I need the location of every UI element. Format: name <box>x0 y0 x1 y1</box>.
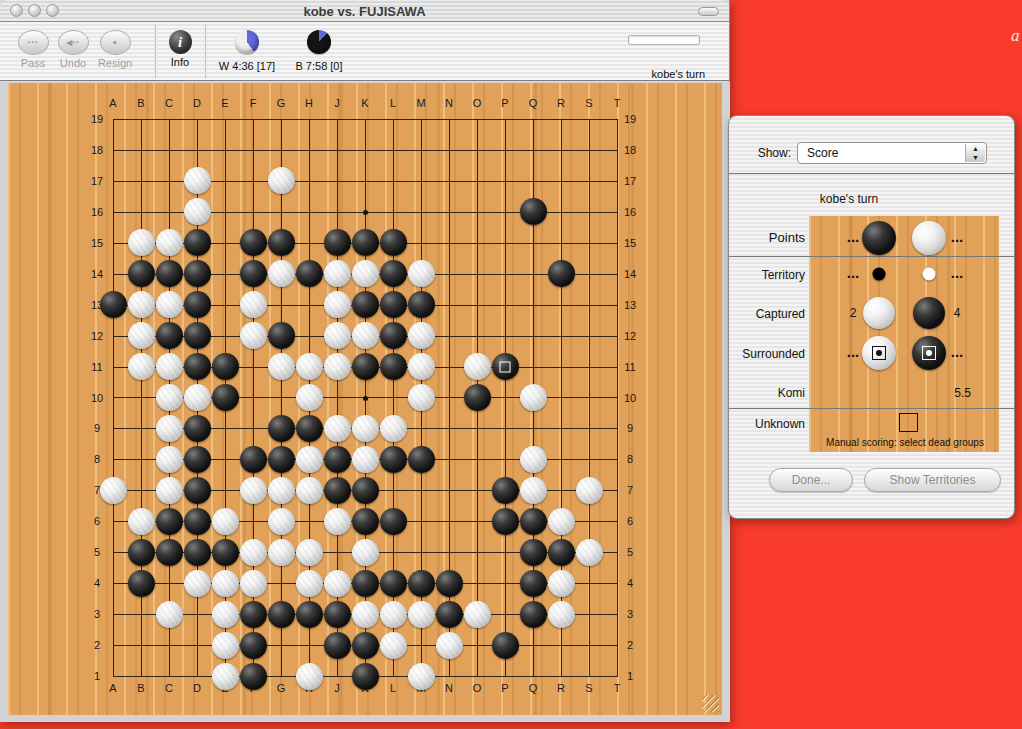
stone-black[interactable] <box>240 632 267 659</box>
stone-black[interactable] <box>352 291 379 318</box>
go-board[interactable]: AABBCCDDEEFFGGHHJJKKLLMMNNOOPPQQRRSSTT19… <box>8 83 722 715</box>
stone-white[interactable] <box>520 446 547 473</box>
pass-dots-icon: ··· <box>18 30 49 55</box>
stone-white[interactable] <box>128 229 155 256</box>
stone-white[interactable] <box>240 477 267 504</box>
stone-white[interactable] <box>240 539 267 566</box>
stone-black[interactable] <box>296 601 323 628</box>
stone-black[interactable] <box>268 601 295 628</box>
surrounded-white-ellipsis: ... <box>951 343 964 360</box>
stone-white[interactable] <box>184 167 211 194</box>
coord-label-row: 17 <box>84 175 110 187</box>
stone-white[interactable] <box>324 291 351 318</box>
captured-white-stone <box>863 297 895 329</box>
coord-label-col: K <box>352 97 378 109</box>
stone-black[interactable] <box>268 229 295 256</box>
coord-label-row: 11 <box>84 361 110 373</box>
coord-label-col: F <box>240 97 266 109</box>
stone-black[interactable] <box>128 260 155 287</box>
coord-label-col: N <box>436 682 462 694</box>
stone-black[interactable] <box>548 539 575 566</box>
stone-white[interactable] <box>268 539 295 566</box>
last-move-marker <box>500 361 511 372</box>
stone-white[interactable] <box>128 291 155 318</box>
coord-label-col: L <box>380 97 406 109</box>
coord-label-col: G <box>268 682 294 694</box>
stone-black[interactable] <box>184 508 211 535</box>
show-dropdown[interactable]: Score ▲▼ <box>797 142 987 164</box>
coord-label-row: 12 <box>617 330 643 342</box>
komi-label: Komi <box>729 386 805 400</box>
surrounded-white-stone <box>862 336 896 370</box>
coord-label-row: 6 <box>617 515 643 527</box>
coord-label-row: 10 <box>84 392 110 404</box>
stone-white[interactable] <box>296 663 323 690</box>
stone-white[interactable] <box>212 663 239 690</box>
desktop-wallpaper-glyph: a <box>1011 26 1020 46</box>
stone-black[interactable] <box>380 508 407 535</box>
stone-black[interactable] <box>436 601 463 628</box>
stone-white[interactable] <box>296 384 323 411</box>
stone-white[interactable] <box>548 570 575 597</box>
undo-button[interactable]: ◂·· Undo <box>51 30 95 78</box>
points-label: Points <box>729 230 805 245</box>
stone-white[interactable] <box>576 539 603 566</box>
score-panel: Show: Score ▲▼ kobe's turn Points Territ… <box>728 115 1015 519</box>
stone-black[interactable] <box>324 229 351 256</box>
stone-white[interactable] <box>184 570 211 597</box>
coord-label-row: 8 <box>84 453 110 465</box>
stone-black[interactable] <box>240 260 267 287</box>
stone-black[interactable] <box>324 477 351 504</box>
coord-label-col: T <box>604 97 630 109</box>
coord-label-col: B <box>128 682 154 694</box>
coord-label-col: N <box>436 97 462 109</box>
stone-black[interactable] <box>408 570 435 597</box>
stone-white[interactable] <box>156 415 183 442</box>
stone-white[interactable] <box>408 601 435 628</box>
stone-black[interactable] <box>156 539 183 566</box>
stone-white[interactable] <box>408 663 435 690</box>
stone-white[interactable] <box>352 601 379 628</box>
stone-white[interactable] <box>576 477 603 504</box>
time-progress-bar <box>628 35 700 45</box>
stone-white[interactable] <box>156 601 183 628</box>
stone-black[interactable] <box>436 570 463 597</box>
stone-white[interactable] <box>352 322 379 349</box>
separator <box>729 256 1014 257</box>
stone-black[interactable] <box>184 260 211 287</box>
coord-label-row: 8 <box>617 453 643 465</box>
captured-black-stone <box>913 297 945 329</box>
coord-label-col: S <box>576 682 602 694</box>
stone-black[interactable] <box>352 477 379 504</box>
coord-label-row: 3 <box>84 608 110 620</box>
stone-black[interactable] <box>492 353 519 380</box>
komi-value: 5.5 <box>895 386 971 400</box>
coord-label-col: G <box>268 97 294 109</box>
territory-white-ellipsis: ... <box>951 264 964 281</box>
captured-label: Captured <box>729 307 805 321</box>
coord-label-col: O <box>464 97 490 109</box>
coord-label-row: 1 <box>617 670 643 682</box>
coord-label-col: J <box>324 682 350 694</box>
surrounded-square-icon <box>872 346 886 360</box>
stone-black[interactable] <box>380 446 407 473</box>
stone-black[interactable] <box>380 322 407 349</box>
stone-black[interactable] <box>520 570 547 597</box>
stone-white[interactable] <box>268 260 295 287</box>
stone-black[interactable] <box>324 446 351 473</box>
black-clock-label: B 7:58 [0] <box>282 60 356 72</box>
surrounded-black-ellipsis: ... <box>847 343 860 360</box>
coord-label-row: 2 <box>617 639 643 651</box>
stone-black[interactable] <box>268 322 295 349</box>
stone-white[interactable] <box>352 539 379 566</box>
captured-black-count: 4 <box>954 306 961 320</box>
stone-white[interactable] <box>128 508 155 535</box>
stone-white[interactable] <box>212 508 239 535</box>
stone-white[interactable] <box>324 415 351 442</box>
separator <box>729 173 1014 174</box>
stone-black[interactable] <box>492 508 519 535</box>
resign-stop-icon: ▪ <box>100 30 131 55</box>
stone-black[interactable] <box>128 570 155 597</box>
stone-black[interactable] <box>296 260 323 287</box>
stone-black[interactable] <box>184 353 211 380</box>
stone-white[interactable] <box>408 260 435 287</box>
black-clock: B 7:58 [0] <box>282 30 356 72</box>
white-clock-label: W 4:36 [17] <box>210 60 284 72</box>
stone-white[interactable] <box>296 353 323 380</box>
stone-black[interactable] <box>212 353 239 380</box>
stone-black[interactable] <box>324 632 351 659</box>
stone-white[interactable] <box>156 384 183 411</box>
stone-black[interactable] <box>464 384 491 411</box>
coord-label-col: S <box>576 97 602 109</box>
stone-white[interactable] <box>212 601 239 628</box>
territory-white-dot <box>923 268 936 281</box>
white-clock: W 4:36 [17] <box>210 30 284 72</box>
stone-white[interactable] <box>408 322 435 349</box>
stone-white[interactable] <box>268 477 295 504</box>
stone-black[interactable] <box>380 291 407 318</box>
coord-label-row: 18 <box>617 144 643 156</box>
surrounded-label: Surrounded <box>729 347 805 361</box>
stone-white[interactable] <box>240 322 267 349</box>
info-button[interactable]: i Info <box>158 30 202 78</box>
stone-black[interactable] <box>184 229 211 256</box>
toolbar-separator <box>155 25 156 78</box>
stepper-arrows-icon[interactable]: ▲▼ <box>965 144 985 162</box>
stone-black[interactable] <box>352 570 379 597</box>
stone-black[interactable] <box>212 384 239 411</box>
stone-black[interactable] <box>380 229 407 256</box>
stone-black[interactable] <box>352 229 379 256</box>
window-title: kobe vs. FUJISAWA <box>0 4 729 19</box>
surrounded-black-stone <box>912 336 946 370</box>
stone-white[interactable] <box>464 601 491 628</box>
stone-white[interactable] <box>296 539 323 566</box>
stone-white[interactable] <box>156 353 183 380</box>
stone-white[interactable] <box>156 291 183 318</box>
coord-label-row: 7 <box>617 484 643 496</box>
stone-black[interactable] <box>380 353 407 380</box>
coord-label-col: L <box>380 682 406 694</box>
stone-black[interactable] <box>156 508 183 535</box>
stone-white[interactable] <box>156 446 183 473</box>
resize-grip[interactable] <box>702 695 719 712</box>
points-black-ellipsis: ... <box>847 228 860 245</box>
coord-label-col: E <box>212 97 238 109</box>
stone-white[interactable] <box>100 477 127 504</box>
stone-white[interactable] <box>548 508 575 535</box>
coord-label-col: A <box>100 97 126 109</box>
coord-label-row: 16 <box>617 206 643 218</box>
stone-white[interactable] <box>324 260 351 287</box>
coord-label-row: 12 <box>84 330 110 342</box>
coord-label-row: 6 <box>84 515 110 527</box>
stone-white[interactable] <box>520 384 547 411</box>
coord-label-col: D <box>184 97 210 109</box>
game-window: kobe vs. FUJISAWA ··· Pass ◂·· Undo ▪ Re… <box>0 0 730 722</box>
coord-label-row: 4 <box>84 577 110 589</box>
stone-white[interactable] <box>296 477 323 504</box>
stone-black[interactable] <box>492 632 519 659</box>
stone-black[interactable] <box>184 539 211 566</box>
coord-label-col: C <box>156 682 182 694</box>
unknown-checkbox[interactable] <box>899 413 918 432</box>
panel-turn-indicator: kobe's turn <box>774 192 924 206</box>
coord-label-row: 17 <box>617 175 643 187</box>
coord-label-row: 3 <box>617 608 643 620</box>
coord-label-row: 5 <box>617 546 643 558</box>
stone-black[interactable] <box>184 477 211 504</box>
stone-black[interactable] <box>352 353 379 380</box>
collapse-button[interactable] <box>698 7 719 16</box>
stone-white[interactable] <box>240 570 267 597</box>
stone-white[interactable] <box>212 632 239 659</box>
stone-white[interactable] <box>268 167 295 194</box>
stone-black[interactable] <box>156 322 183 349</box>
stone-white[interactable] <box>380 601 407 628</box>
coord-label-row: 19 <box>617 113 643 125</box>
stone-white[interactable] <box>408 353 435 380</box>
stone-white[interactable] <box>352 415 379 442</box>
star-point <box>363 210 368 215</box>
coord-label-row: 19 <box>84 113 110 125</box>
stone-black[interactable] <box>184 291 211 318</box>
stone-black[interactable] <box>268 415 295 442</box>
points-white-ellipsis: ... <box>951 228 964 245</box>
stone-white[interactable] <box>464 353 491 380</box>
points-white-stone <box>912 221 946 255</box>
territory-black-ellipsis: ... <box>847 264 860 281</box>
stone-white[interactable] <box>184 198 211 225</box>
stone-white[interactable] <box>520 477 547 504</box>
stone-black[interactable] <box>156 260 183 287</box>
stone-white[interactable] <box>436 632 463 659</box>
stone-black[interactable] <box>240 601 267 628</box>
show-label: Show: <box>729 146 791 160</box>
coord-label-row: 16 <box>84 206 110 218</box>
stone-black[interactable] <box>520 508 547 535</box>
star-point <box>363 396 368 401</box>
stone-white[interactable] <box>156 229 183 256</box>
coord-label-col: P <box>492 682 518 694</box>
stone-white[interactable] <box>380 415 407 442</box>
stone-white[interactable] <box>212 570 239 597</box>
undo-arrow-icon: ◂·· <box>58 30 89 55</box>
stone-white[interactable] <box>184 384 211 411</box>
coord-label-col: D <box>184 682 210 694</box>
stone-white[interactable] <box>324 508 351 535</box>
points-black-stone <box>862 221 896 255</box>
coord-label-row: 9 <box>84 422 110 434</box>
stone-black[interactable] <box>380 570 407 597</box>
stone-white[interactable] <box>324 570 351 597</box>
stone-white[interactable] <box>156 477 183 504</box>
black-clock-icon <box>307 30 331 54</box>
coord-label-col: C <box>156 97 182 109</box>
stone-black[interactable] <box>100 291 127 318</box>
coord-label-col: R <box>548 97 574 109</box>
toolbar: ··· Pass ◂·· Undo ▪ Resign i Info W 4:36… <box>0 22 729 81</box>
coord-label-row: 14 <box>617 268 643 280</box>
territory-black-dot <box>873 268 886 281</box>
unknown-label: Unknown <box>729 417 805 431</box>
stone-black[interactable] <box>352 663 379 690</box>
stone-white[interactable] <box>240 291 267 318</box>
done-button[interactable]: Done... <box>769 468 853 492</box>
stone-white[interactable] <box>296 446 323 473</box>
separator <box>729 408 1014 409</box>
coord-label-col: B <box>128 97 154 109</box>
stone-white[interactable] <box>324 322 351 349</box>
coord-label-col: O <box>464 682 490 694</box>
coord-label-col: Q <box>520 682 546 694</box>
stone-black[interactable] <box>520 601 547 628</box>
title-bar[interactable]: kobe vs. FUJISAWA <box>0 0 729 22</box>
stone-black[interactable] <box>380 260 407 287</box>
coord-label-row: 2 <box>84 639 110 651</box>
resign-button[interactable]: ▪ Resign <box>93 30 137 78</box>
stone-white[interactable] <box>380 632 407 659</box>
coord-label-col: P <box>492 97 518 109</box>
board-frame: AABBCCDDEEFFGGHHJJKKLLMMNNOOPPQQRRSSTT19… <box>0 82 730 722</box>
coord-label-row: 15 <box>617 237 643 249</box>
coord-label-col: J <box>324 97 350 109</box>
stone-black[interactable] <box>212 539 239 566</box>
coord-label-row: 14 <box>84 268 110 280</box>
stone-black[interactable] <box>184 322 211 349</box>
show-dropdown-value: Score <box>807 146 838 160</box>
coord-label-row: 10 <box>617 392 643 404</box>
stone-black[interactable] <box>184 446 211 473</box>
stone-black[interactable] <box>184 415 211 442</box>
territory-label: Territory <box>729 268 805 282</box>
stone-white[interactable] <box>128 353 155 380</box>
stone-black[interactable] <box>296 415 323 442</box>
turn-indicator: kobe's turn <box>652 68 705 80</box>
stone-black[interactable] <box>240 663 267 690</box>
coord-label-col: T <box>604 682 630 694</box>
stone-black[interactable] <box>324 601 351 628</box>
coord-label-row: 18 <box>84 144 110 156</box>
stone-white[interactable] <box>324 353 351 380</box>
coord-label-col: H <box>296 97 322 109</box>
stone-white[interactable] <box>268 508 295 535</box>
stone-white[interactable] <box>408 384 435 411</box>
coord-label-col: A <box>100 682 126 694</box>
stone-black[interactable] <box>240 446 267 473</box>
stone-white[interactable] <box>352 446 379 473</box>
stone-black[interactable] <box>492 477 519 504</box>
stone-black[interactable] <box>352 632 379 659</box>
stone-white[interactable] <box>296 570 323 597</box>
stone-white[interactable] <box>268 353 295 380</box>
coord-label-row: 5 <box>84 546 110 558</box>
coord-label-row: 11 <box>617 361 643 373</box>
stone-black[interactable] <box>408 291 435 318</box>
stone-black[interactable] <box>240 229 267 256</box>
coord-label-row: 15 <box>84 237 110 249</box>
surrounded-square-icon <box>922 346 936 360</box>
coord-label-row: 13 <box>617 299 643 311</box>
stone-black[interactable] <box>352 508 379 535</box>
stone-white[interactable] <box>128 322 155 349</box>
coord-label-row: 9 <box>617 422 643 434</box>
show-territories-button[interactable]: Show Territories <box>864 468 1001 492</box>
stone-white[interactable] <box>352 260 379 287</box>
stone-black[interactable] <box>268 446 295 473</box>
info-icon: i <box>169 30 192 54</box>
white-clock-icon <box>235 30 259 54</box>
coord-label-col: R <box>548 682 574 694</box>
coord-label-row: 4 <box>617 577 643 589</box>
captured-white-count: 2 <box>850 306 857 320</box>
stone-black[interactable] <box>520 539 547 566</box>
stone-white[interactable] <box>548 601 575 628</box>
manual-scoring-note: Manual scoring: select dead groups <box>811 437 999 448</box>
stone-black[interactable] <box>520 198 547 225</box>
toolbar-separator <box>205 25 206 78</box>
coord-label-row: 1 <box>84 670 110 682</box>
coord-label-col: M <box>408 97 434 109</box>
stone-black[interactable] <box>408 446 435 473</box>
coord-label-col: Q <box>520 97 546 109</box>
stone-black[interactable] <box>548 260 575 287</box>
stone-black[interactable] <box>128 539 155 566</box>
pass-button[interactable]: ··· Pass <box>11 30 55 78</box>
